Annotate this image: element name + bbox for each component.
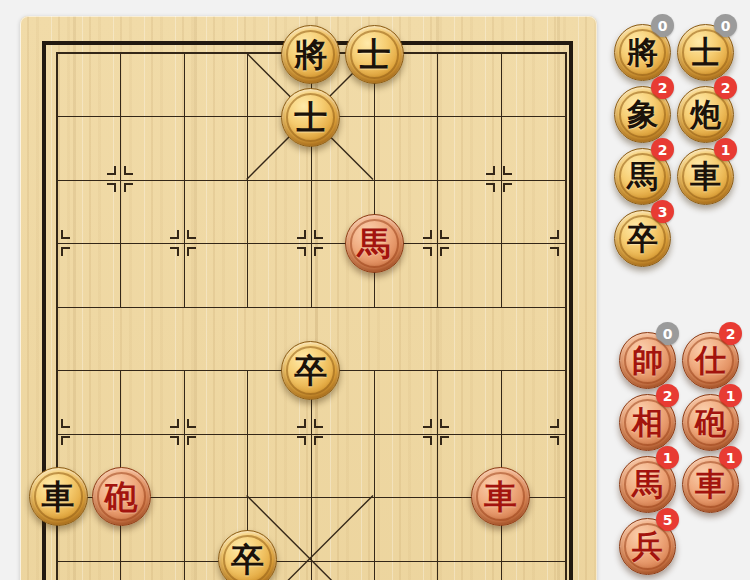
capture-count-badge: 0 bbox=[714, 14, 737, 37]
capture-count-badge: 1 bbox=[656, 446, 679, 469]
tray-cell: 車1 bbox=[673, 145, 736, 207]
capture-count-badge: 2 bbox=[656, 384, 679, 407]
tray-cell: 仕2 bbox=[678, 329, 741, 391]
tray-piece-black[interactable]: 象2 bbox=[614, 86, 671, 143]
capture-count-badge: 3 bbox=[651, 200, 674, 223]
tray-cell: 將0 bbox=[610, 21, 673, 83]
tray-piece-red[interactable]: 仕2 bbox=[682, 332, 739, 389]
tray-piece-red[interactable]: 帥0 bbox=[619, 332, 676, 389]
tray-cell: 車1 bbox=[678, 453, 741, 515]
capture-count-badge: 1 bbox=[719, 384, 742, 407]
tray-cell: 士0 bbox=[673, 21, 736, 83]
capture-count-badge: 1 bbox=[714, 138, 737, 161]
tray-piece-red[interactable]: 兵5 bbox=[619, 518, 676, 575]
tray-piece-black[interactable]: 將0 bbox=[614, 24, 671, 81]
tray-cell: 砲1 bbox=[678, 391, 741, 453]
xiangqi-board[interactable]: 將士士馬卒車砲車卒 bbox=[20, 16, 597, 580]
tray-piece-red[interactable]: 相2 bbox=[619, 394, 676, 451]
board-piece-black[interactable]: 士 bbox=[281, 88, 340, 147]
board-piece-black[interactable]: 卒 bbox=[218, 530, 277, 580]
tray-piece-red[interactable]: 車1 bbox=[682, 456, 739, 513]
tray-cell: 相2 bbox=[615, 391, 678, 453]
board-piece-black[interactable]: 將 bbox=[281, 25, 340, 84]
tray-cell: 卒3 bbox=[610, 207, 673, 269]
captured-tray-red: 帥0仕2相2砲1馬1車1兵5 bbox=[615, 329, 741, 577]
capture-count-badge: 0 bbox=[656, 322, 679, 345]
captured-tray-black: 將0士0象2炮2馬2車1卒3 bbox=[610, 21, 736, 269]
tray-cell: 馬1 bbox=[615, 453, 678, 515]
tray-piece-black[interactable]: 士0 bbox=[677, 24, 734, 81]
capture-count-badge: 2 bbox=[651, 138, 674, 161]
capture-count-badge: 2 bbox=[719, 322, 742, 345]
capture-count-badge: 0 bbox=[651, 14, 674, 37]
tray-cell: 象2 bbox=[610, 83, 673, 145]
capture-count-badge: 1 bbox=[719, 446, 742, 469]
tray-piece-black[interactable]: 馬2 bbox=[614, 148, 671, 205]
capture-count-badge: 2 bbox=[651, 76, 674, 99]
tray-cell: 馬2 bbox=[610, 145, 673, 207]
tray-cell: 炮2 bbox=[673, 83, 736, 145]
tray-cell: 兵5 bbox=[615, 515, 678, 577]
tray-piece-black[interactable]: 卒3 bbox=[614, 210, 671, 267]
tray-piece-red[interactable]: 馬1 bbox=[619, 456, 676, 513]
capture-count-badge: 5 bbox=[656, 508, 679, 531]
tray-piece-black[interactable]: 炮2 bbox=[677, 86, 734, 143]
board-piece-red[interactable]: 車 bbox=[471, 467, 530, 526]
board-piece-black[interactable]: 士 bbox=[345, 25, 404, 84]
capture-count-badge: 2 bbox=[714, 76, 737, 99]
tray-cell: 帥0 bbox=[615, 329, 678, 391]
board-piece-red[interactable]: 砲 bbox=[92, 467, 151, 526]
piece-layer: 將士士馬卒車砲車卒 bbox=[57, 53, 568, 580]
board-piece-black[interactable]: 車 bbox=[29, 467, 88, 526]
tray-piece-red[interactable]: 砲1 bbox=[682, 394, 739, 451]
board-piece-black[interactable]: 卒 bbox=[281, 341, 340, 400]
board-piece-red[interactable]: 馬 bbox=[345, 214, 404, 273]
tray-piece-black[interactable]: 車1 bbox=[677, 148, 734, 205]
